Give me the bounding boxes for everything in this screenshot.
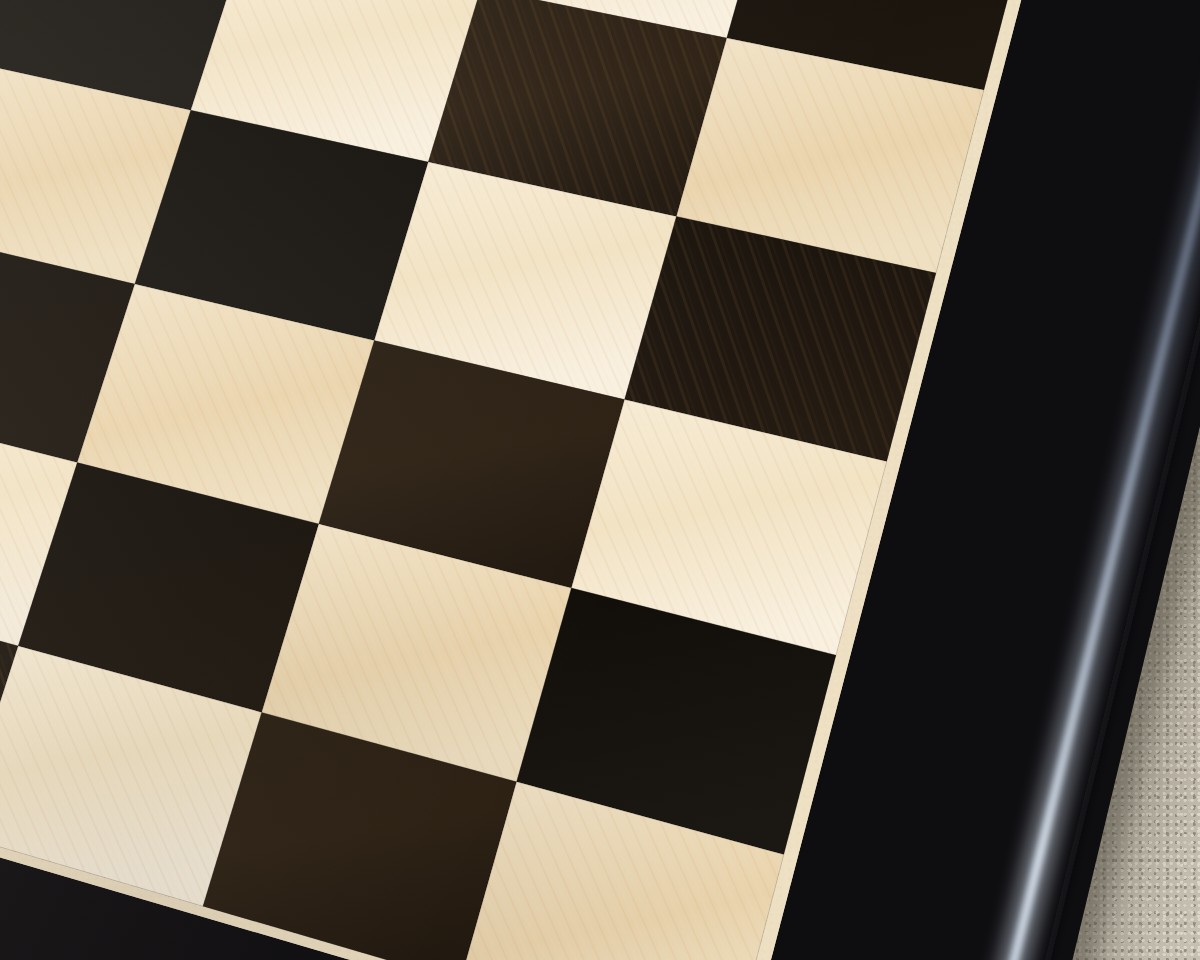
- chessboard: [0, 0, 1200, 960]
- chessboard-photo-scene: [0, 0, 1200, 960]
